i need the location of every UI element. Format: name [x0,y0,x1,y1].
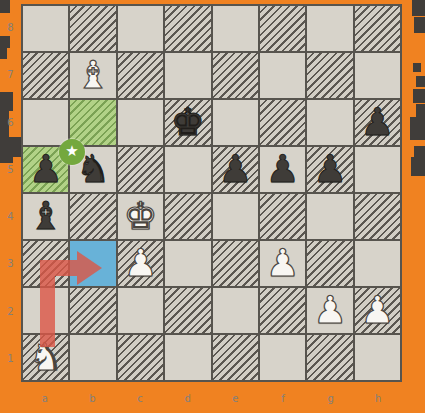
edge-decoration-block [413,89,425,103]
square-g2[interactable]: ♟ [307,288,352,333]
rank-label-7: 7 [0,51,21,98]
chess-board: ♝♚♟♟♞♟♟♟♝♚♟♟♟♟♞ [21,4,402,382]
square-g6[interactable] [307,100,352,145]
edge-decoration-block [414,17,425,33]
white-pawn[interactable]: ♟ [260,241,305,286]
edge-decoration-block [413,63,421,72]
square-f5[interactable]: ♟ [260,147,305,192]
square-h8[interactable] [355,6,400,51]
black-pawn[interactable]: ♟ [213,147,258,192]
rank-label-5: 5 [0,146,21,193]
square-d1[interactable] [165,335,210,380]
black-pawn[interactable]: ♟ [260,147,305,192]
square-g7[interactable] [307,53,352,98]
edge-decoration-block [412,0,425,16]
edge-decoration-block [410,117,425,140]
white-pawn[interactable]: ♟ [307,288,352,333]
square-a6[interactable] [23,100,68,145]
chess-app-screen: ♝♚♟♟♞♟♟♟♝♚♟♟♟♟♞ 87654321 abcdefgh ★ [0,0,425,413]
square-b2[interactable] [70,288,115,333]
square-a2[interactable] [23,288,68,333]
square-d3[interactable] [165,241,210,286]
white-knight[interactable]: ♞ [23,335,68,380]
square-e3[interactable] [213,241,258,286]
square-g1[interactable] [307,335,352,380]
edge-decoration-block [416,76,425,87]
file-labels: abcdefgh [21,386,402,410]
square-d8[interactable] [165,6,210,51]
file-label-h: h [354,386,402,410]
square-a8[interactable] [23,6,68,51]
square-f4[interactable] [260,194,305,239]
black-king[interactable]: ♚ [165,100,210,145]
square-b8[interactable] [70,6,115,51]
square-e2[interactable] [213,288,258,333]
square-f1[interactable] [260,335,305,380]
rank-label-6: 6 [0,99,21,146]
square-f3[interactable]: ♟ [260,241,305,286]
file-label-b: b [69,386,117,410]
square-e7[interactable] [213,53,258,98]
rank-label-4: 4 [0,193,21,240]
square-e5[interactable]: ♟ [213,147,258,192]
black-pawn[interactable]: ♟ [307,147,352,192]
square-f7[interactable] [260,53,305,98]
rank-label-2: 2 [0,288,21,335]
square-b1[interactable] [70,335,115,380]
square-h2[interactable]: ♟ [355,288,400,333]
square-b3[interactable] [70,241,115,286]
rank-label-1: 1 [0,335,21,382]
square-b6[interactable] [70,100,115,145]
square-c4[interactable]: ♚ [118,194,163,239]
square-b4[interactable] [70,194,115,239]
square-g5[interactable]: ♟ [307,147,352,192]
square-h6[interactable]: ♟ [355,100,400,145]
square-e6[interactable] [213,100,258,145]
square-g3[interactable] [307,241,352,286]
star-badge: ★ [59,139,85,165]
white-pawn[interactable]: ♟ [118,241,163,286]
square-c3[interactable]: ♟ [118,241,163,286]
square-c5[interactable] [118,147,163,192]
square-b7[interactable]: ♝ [70,53,115,98]
square-f2[interactable] [260,288,305,333]
square-a4[interactable]: ♝ [23,194,68,239]
file-label-g: g [307,386,355,410]
edge-decoration-block [414,146,425,157]
edge-decoration-block [416,104,425,117]
square-h1[interactable] [355,335,400,380]
square-c1[interactable] [118,335,163,380]
square-c2[interactable] [118,288,163,333]
square-f8[interactable] [260,6,305,51]
square-h5[interactable] [355,147,400,192]
white-bishop[interactable]: ♝ [70,53,115,98]
black-pawn[interactable]: ♟ [355,100,400,145]
square-h4[interactable] [355,194,400,239]
square-d5[interactable] [165,147,210,192]
black-bishop[interactable]: ♝ [23,194,68,239]
rank-label-8: 8 [0,4,21,51]
square-a1[interactable]: ♞ [23,335,68,380]
edge-decoration-block [411,157,425,176]
square-c7[interactable] [118,53,163,98]
rank-labels: 87654321 [0,4,21,382]
square-e8[interactable] [213,6,258,51]
square-c6[interactable] [118,100,163,145]
rank-label-3: 3 [0,240,21,287]
file-label-e: e [212,386,260,410]
square-g4[interactable] [307,194,352,239]
square-d6[interactable]: ♚ [165,100,210,145]
square-g8[interactable] [307,6,352,51]
star-icon: ★ [65,144,78,160]
square-c8[interactable] [118,6,163,51]
square-d4[interactable] [165,194,210,239]
square-d2[interactable] [165,288,210,333]
square-a7[interactable] [23,53,68,98]
square-e1[interactable] [213,335,258,380]
square-h3[interactable] [355,241,400,286]
square-f6[interactable] [260,100,305,145]
file-label-d: d [164,386,212,410]
square-d7[interactable] [165,53,210,98]
square-e4[interactable] [213,194,258,239]
white-pawn[interactable]: ♟ [355,288,400,333]
square-h7[interactable] [355,53,400,98]
file-label-a: a [21,386,69,410]
file-label-f: f [259,386,307,410]
file-label-c: c [116,386,164,410]
square-a3[interactable] [23,241,68,286]
white-king[interactable]: ♚ [118,194,163,239]
